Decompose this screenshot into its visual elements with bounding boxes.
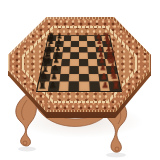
- board-cell[interactable]: [79, 59, 88, 66]
- chess-piece-red-R[interactable]: ♜: [111, 79, 120, 90]
- board-cell[interactable]: [88, 59, 97, 66]
- board-cell[interactable]: [69, 82, 79, 91]
- board-cell[interactable]: [60, 66, 70, 74]
- board-cell[interactable]: [71, 41, 79, 47]
- board-cell[interactable]: [69, 66, 79, 74]
- photo-scene: ♜♟♟♜♞♟♟♞♝♟♟♝♛♟♟♛♚♟♟♚♝♟♟♝♞♟♟♞♜♟♟♜: [0, 0, 160, 160]
- left-foot-shadow: [18, 147, 36, 152]
- board-cell[interactable]: ♜: [37, 82, 49, 91]
- board-cell[interactable]: ♟: [99, 82, 110, 91]
- chess-piece-black-P[interactable]: ♟: [49, 81, 56, 90]
- chess-board-perspective: ♜♟♟♜♞♟♟♞♝♟♟♝♛♟♟♛♚♟♟♚♝♟♟♝♞♟♟♞♜♟♟♜: [44, 24, 114, 94]
- board-cell[interactable]: [70, 59, 79, 66]
- board-cell[interactable]: [58, 82, 69, 91]
- board-cell[interactable]: ♟: [48, 82, 59, 91]
- chess-board: ♜♟♟♜♞♟♟♞♝♟♟♝♛♟♟♛♚♟♟♚♝♟♟♝♞♟♟♞♜♟♟♜: [36, 35, 122, 92]
- board-cell[interactable]: [62, 47, 71, 53]
- right-foot-shadow: [106, 153, 126, 158]
- chess-piece-red-P[interactable]: ♟: [101, 81, 108, 90]
- board-cell[interactable]: [88, 66, 98, 74]
- chess-piece-black-R[interactable]: ♜: [38, 79, 47, 90]
- board-cell[interactable]: [61, 59, 70, 66]
- board-cell[interactable]: [79, 74, 89, 82]
- board-cell[interactable]: [71, 47, 79, 53]
- board-cell[interactable]: [79, 66, 89, 74]
- board-cell[interactable]: [89, 82, 100, 91]
- board-cell[interactable]: [79, 82, 89, 91]
- board-cell[interactable]: [59, 74, 69, 82]
- board-cell[interactable]: ♜: [109, 82, 121, 91]
- board-cell[interactable]: [69, 74, 79, 82]
- board-cell[interactable]: [79, 47, 87, 53]
